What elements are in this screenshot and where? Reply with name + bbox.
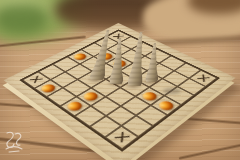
photo-scene: ✕✕✕✕ <box>0 0 240 160</box>
board-smudge <box>163 88 181 94</box>
foliage-dark-blur <box>0 4 48 34</box>
watermark-logo <box>3 130 25 154</box>
